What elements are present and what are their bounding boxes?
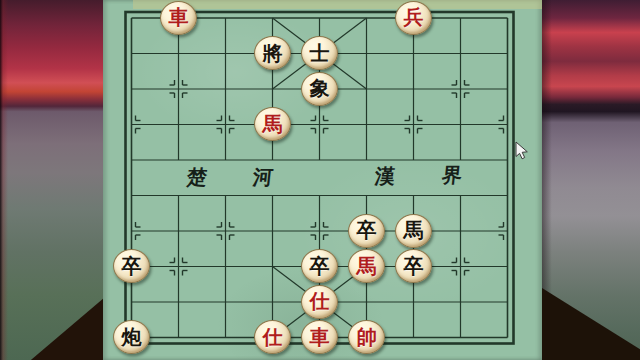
black-soldier-glyph: 卒 xyxy=(122,256,142,276)
red-advisor[interactable]: 仕 xyxy=(254,320,291,354)
xiangqi-game-screen: 楚 河 漢 界 車兵將士象馬卒馬卒卒馬卒仕炮仕車帥 xyxy=(0,0,640,360)
black-soldier[interactable]: 卒 xyxy=(348,214,385,248)
red-horse-glyph: 馬 xyxy=(357,256,377,276)
red-advisor-glyph: 仕 xyxy=(263,327,283,347)
background-photo-right xyxy=(542,0,640,360)
black-horse[interactable]: 馬 xyxy=(395,214,432,248)
black-horse-glyph: 馬 xyxy=(404,220,424,240)
pier-silhouette xyxy=(0,0,103,360)
red-soldier-glyph: 兵 xyxy=(404,7,424,27)
red-chariot[interactable]: 車 xyxy=(160,1,197,35)
red-chariot-glyph: 車 xyxy=(310,327,330,347)
red-horse-glyph: 馬 xyxy=(263,114,283,134)
black-advisor[interactable]: 士 xyxy=(301,36,338,70)
black-advisor-glyph: 士 xyxy=(310,43,330,63)
red-general[interactable]: 帥 xyxy=(348,320,385,354)
black-soldier-glyph: 卒 xyxy=(310,256,330,276)
black-soldier[interactable]: 卒 xyxy=(395,249,432,283)
pieces-layer: 車兵將士象馬卒馬卒卒馬卒仕炮仕車帥 xyxy=(108,0,531,355)
mouse-cursor xyxy=(515,141,529,165)
red-horse[interactable]: 馬 xyxy=(254,107,291,141)
red-soldier[interactable]: 兵 xyxy=(395,1,432,35)
black-soldier-glyph: 卒 xyxy=(404,256,424,276)
red-general-glyph: 帥 xyxy=(357,327,377,347)
red-chariot[interactable]: 車 xyxy=(301,320,338,354)
black-elephant-glyph: 象 xyxy=(310,78,330,98)
background-photo-left xyxy=(0,0,103,360)
black-soldier[interactable]: 卒 xyxy=(301,249,338,283)
black-cannon[interactable]: 炮 xyxy=(113,320,150,354)
black-soldier-glyph: 卒 xyxy=(357,220,377,240)
black-elephant[interactable]: 象 xyxy=(301,72,338,106)
pier-silhouette xyxy=(542,0,640,360)
red-horse[interactable]: 馬 xyxy=(348,249,385,283)
black-general[interactable]: 將 xyxy=(254,36,291,70)
red-advisor[interactable]: 仕 xyxy=(301,285,338,319)
black-general-glyph: 將 xyxy=(263,43,283,63)
black-soldier[interactable]: 卒 xyxy=(113,249,150,283)
xiangqi-board[interactable]: 楚 河 漢 界 車兵將士象馬卒馬卒卒馬卒仕炮仕車帥 xyxy=(103,0,542,360)
black-cannon-glyph: 炮 xyxy=(122,327,142,347)
red-advisor-glyph: 仕 xyxy=(310,291,330,311)
red-chariot-glyph: 車 xyxy=(169,7,189,27)
